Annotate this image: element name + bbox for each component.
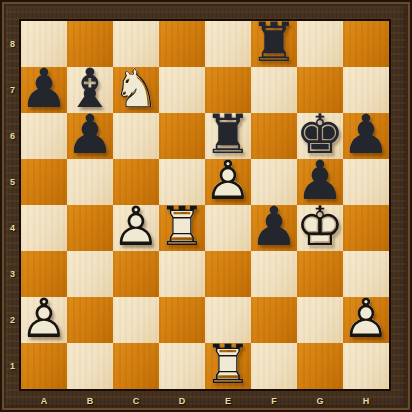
square-h6[interactable]: ♟	[343, 113, 389, 159]
square-a4[interactable]	[21, 205, 67, 251]
rank-label-2: 2	[5, 297, 20, 343]
white-king-outline-icon: ♔	[297, 204, 343, 250]
square-e6[interactable]: ♜	[205, 113, 251, 159]
rank-label-6: 6	[5, 113, 20, 159]
square-f6[interactable]	[251, 113, 297, 159]
piece-black-pawn-h6[interactable]: ♟	[343, 113, 389, 159]
file-label-h: H	[343, 391, 389, 411]
square-c8[interactable]	[113, 21, 159, 67]
square-b2[interactable]	[67, 297, 113, 343]
piece-black-bishop-b7[interactable]: ♝	[67, 67, 113, 113]
square-g6[interactable]: ♚	[297, 113, 343, 159]
white-pawn-outline-icon: ♙	[343, 296, 389, 342]
black-rook-icon: ♜	[251, 20, 297, 66]
piece-white-rook-e1[interactable]: ♜♖	[205, 343, 251, 389]
square-e4[interactable]	[205, 205, 251, 251]
piece-white-knight-c7[interactable]: ♞♘	[113, 67, 159, 113]
white-pawn-icon: ♟	[343, 296, 389, 342]
square-g7[interactable]	[297, 67, 343, 113]
piece-black-pawn-a7[interactable]: ♟	[21, 67, 67, 113]
piece-black-pawn-g5[interactable]: ♟	[297, 159, 343, 205]
square-g8[interactable]	[297, 21, 343, 67]
square-e5[interactable]: ♟♙	[205, 159, 251, 205]
square-b1[interactable]	[67, 343, 113, 389]
white-rook-outline-icon: ♖	[205, 342, 251, 388]
white-pawn-icon: ♟	[21, 296, 67, 342]
square-e1[interactable]: ♜♖	[205, 343, 251, 389]
square-c7[interactable]: ♞♘	[113, 67, 159, 113]
square-a1[interactable]	[21, 343, 67, 389]
square-a6[interactable]	[21, 113, 67, 159]
piece-white-rook-d4[interactable]: ♜♖	[159, 205, 205, 251]
square-h5[interactable]	[343, 159, 389, 205]
square-b7[interactable]: ♝	[67, 67, 113, 113]
piece-white-pawn-a2[interactable]: ♟♙	[21, 297, 67, 343]
square-c6[interactable]	[113, 113, 159, 159]
white-rook-outline-icon: ♖	[159, 204, 205, 250]
piece-white-king-g4[interactable]: ♚♔	[297, 205, 343, 251]
square-f3[interactable]	[251, 251, 297, 297]
square-b6[interactable]: ♟	[67, 113, 113, 159]
square-e3[interactable]	[205, 251, 251, 297]
square-h3[interactable]	[343, 251, 389, 297]
black-pawn-icon: ♟	[21, 66, 67, 112]
file-label-a: A	[21, 391, 67, 411]
white-pawn-outline-icon: ♙	[205, 158, 251, 204]
piece-black-pawn-b6[interactable]: ♟	[67, 113, 113, 159]
white-pawn-icon: ♟	[205, 158, 251, 204]
square-h8[interactable]	[343, 21, 389, 67]
square-d4[interactable]: ♜♖	[159, 205, 205, 251]
square-c1[interactable]	[113, 343, 159, 389]
black-rook-icon: ♜	[205, 112, 251, 158]
square-d5[interactable]	[159, 159, 205, 205]
square-f2[interactable]	[251, 297, 297, 343]
square-g5[interactable]: ♟	[297, 159, 343, 205]
chess-board-frame: ♜♟♝♞♘♟♜♚♟♟♙♟♟♙♜♖♟♚♔♟♙♟♙♜♖ 87654321 ABCDE…	[0, 0, 412, 412]
square-g1[interactable]	[297, 343, 343, 389]
square-h4[interactable]	[343, 205, 389, 251]
square-c4[interactable]: ♟♙	[113, 205, 159, 251]
square-b4[interactable]	[67, 205, 113, 251]
piece-black-pawn-f4[interactable]: ♟	[251, 205, 297, 251]
square-g2[interactable]	[297, 297, 343, 343]
rank-label-8: 8	[5, 21, 20, 67]
square-e2[interactable]	[205, 297, 251, 343]
black-pawn-icon: ♟	[251, 204, 297, 250]
white-rook-icon: ♜	[159, 204, 205, 250]
square-g3[interactable]	[297, 251, 343, 297]
black-bishop-icon: ♝	[67, 66, 113, 112]
square-e7[interactable]	[205, 67, 251, 113]
file-label-d: D	[159, 391, 205, 411]
chess-board: ♜♟♝♞♘♟♜♚♟♟♙♟♟♙♜♖♟♚♔♟♙♟♙♜♖	[19, 19, 391, 391]
square-f4[interactable]: ♟	[251, 205, 297, 251]
white-knight-outline-icon: ♘	[113, 66, 159, 112]
piece-white-pawn-e5[interactable]: ♟♙	[205, 159, 251, 205]
white-pawn-icon: ♟	[113, 204, 159, 250]
square-e8[interactable]	[205, 21, 251, 67]
square-b3[interactable]	[67, 251, 113, 297]
rank-label-5: 5	[5, 159, 20, 205]
square-g4[interactable]: ♚♔	[297, 205, 343, 251]
white-pawn-outline-icon: ♙	[113, 204, 159, 250]
square-d1[interactable]	[159, 343, 205, 389]
square-f1[interactable]	[251, 343, 297, 389]
black-king-icon: ♚	[297, 112, 343, 158]
piece-black-rook-f8[interactable]: ♜	[251, 21, 297, 67]
square-a8[interactable]	[21, 21, 67, 67]
square-f8[interactable]: ♜	[251, 21, 297, 67]
file-label-g: G	[297, 391, 343, 411]
piece-black-king-g6[interactable]: ♚	[297, 113, 343, 159]
file-label-f: F	[251, 391, 297, 411]
file-label-c: C	[113, 391, 159, 411]
square-d3[interactable]	[159, 251, 205, 297]
white-pawn-outline-icon: ♙	[21, 296, 67, 342]
piece-white-pawn-h2[interactable]: ♟♙	[343, 297, 389, 343]
square-a3[interactable]	[21, 251, 67, 297]
square-h2[interactable]: ♟♙	[343, 297, 389, 343]
square-c3[interactable]	[113, 251, 159, 297]
square-d6[interactable]	[159, 113, 205, 159]
file-label-e: E	[205, 391, 251, 411]
square-b8[interactable]	[67, 21, 113, 67]
square-a5[interactable]	[21, 159, 67, 205]
black-pawn-icon: ♟	[67, 112, 113, 158]
piece-white-pawn-c4[interactable]: ♟♙	[113, 205, 159, 251]
white-knight-icon: ♞	[113, 66, 159, 112]
rank-label-1: 1	[5, 343, 20, 389]
file-label-b: B	[67, 391, 113, 411]
rank-label-3: 3	[5, 251, 20, 297]
piece-black-rook-e6[interactable]: ♜	[205, 113, 251, 159]
square-d8[interactable]	[159, 21, 205, 67]
square-h1[interactable]	[343, 343, 389, 389]
square-h7[interactable]	[343, 67, 389, 113]
white-rook-icon: ♜	[205, 342, 251, 388]
black-pawn-icon: ♟	[343, 112, 389, 158]
square-b5[interactable]	[67, 159, 113, 205]
white-king-icon: ♚	[297, 204, 343, 250]
square-a7[interactable]: ♟	[21, 67, 67, 113]
square-c2[interactable]	[113, 297, 159, 343]
black-pawn-icon: ♟	[297, 158, 343, 204]
square-a2[interactable]: ♟♙	[21, 297, 67, 343]
square-d7[interactable]	[159, 67, 205, 113]
square-c5[interactable]	[113, 159, 159, 205]
square-d2[interactable]	[159, 297, 205, 343]
square-f7[interactable]	[251, 67, 297, 113]
square-f5[interactable]	[251, 159, 297, 205]
rank-label-4: 4	[5, 205, 20, 251]
rank-label-7: 7	[5, 67, 20, 113]
